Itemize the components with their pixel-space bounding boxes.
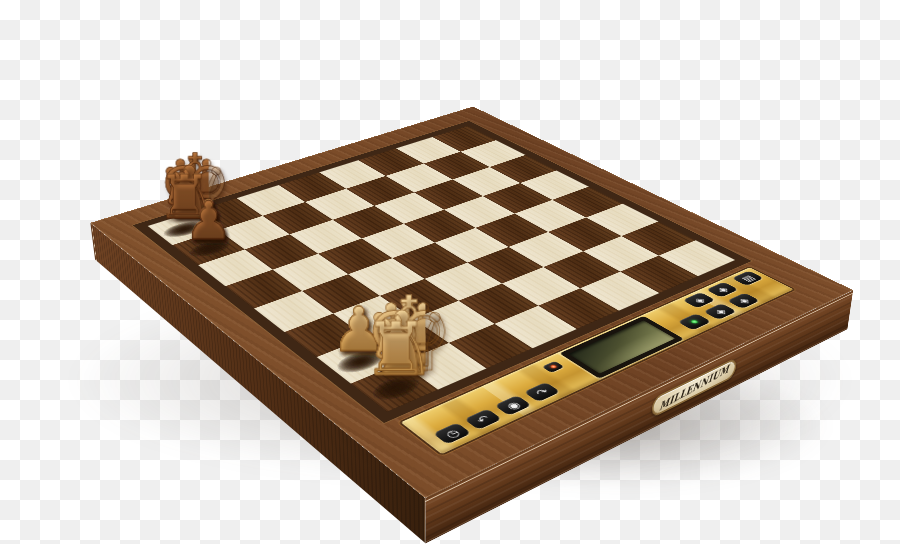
chess-computer: MILLENNIUM ♜♞♝♛♚♝♞♜♟♟♟♟♟♟♟♟♟♟♟♟♟♟♟♟♜♞♝♛♚… bbox=[90, 106, 853, 498]
hint-button-icon: ◉ bbox=[503, 400, 522, 411]
nav-right-button-icon: ◈ bbox=[735, 296, 752, 304]
lcd-screen bbox=[569, 320, 676, 373]
reset-button[interactable] bbox=[542, 361, 564, 373]
green-led-button[interactable] bbox=[677, 313, 711, 330]
piece-white-rook[interactable]: ♜ bbox=[351, 363, 438, 412]
playing-field: ♜♞♝♛♚♝♞♜♟♟♟♟♟♟♟♟♟♟♟♟♟♟♟♟♜♞♝♛♚♝♞♜ bbox=[133, 121, 752, 423]
menu-button[interactable]: ▤ bbox=[732, 271, 764, 286]
nav-right-button[interactable]: ◈ bbox=[727, 293, 760, 309]
clock-button-icon: ◷ bbox=[442, 427, 462, 439]
green-led-button-led bbox=[690, 319, 699, 324]
board-top-surface: ♜♞♝♛♚♝♞♜♟♟♟♟♟♟♟♟♟♟♟♟♟♟♟♟♜♞♝♛♚♝♞♜ ◷↶◉↷◈◈◈… bbox=[90, 106, 853, 498]
scene: MILLENNIUM ♜♞♝♛♚♝♞♜♟♟♟♟♟♟♟♟♟♟♟♟♟♟♟♟♜♞♝♛♚… bbox=[0, 0, 900, 544]
nav-down-button[interactable]: ◈ bbox=[703, 303, 736, 320]
takeback-button[interactable]: ↶ bbox=[464, 409, 502, 430]
clock-button[interactable]: ◷ bbox=[433, 422, 471, 444]
piece-black-pawn[interactable]: ♟ bbox=[172, 230, 245, 265]
nav-up-button-icon: ◈ bbox=[714, 286, 730, 294]
forward-button[interactable]: ↷ bbox=[524, 382, 561, 402]
piece-glyph: ♜ bbox=[363, 313, 425, 387]
nav-left-button-icon: ◈ bbox=[691, 296, 708, 304]
reset-button-led bbox=[549, 365, 557, 369]
piece-glyph: ♟ bbox=[182, 195, 235, 248]
product-photo: MILLENNIUM ♜♞♝♛♚♝♞♜♟♟♟♟♟♟♟♟♟♟♟♟♟♟♟♟♜♞♝♛♚… bbox=[0, 0, 900, 544]
nav-left-button[interactable]: ◈ bbox=[682, 292, 715, 308]
nav-down-button-icon: ◈ bbox=[712, 307, 729, 316]
hint-button[interactable]: ◉ bbox=[494, 395, 531, 416]
forward-button-icon: ↷ bbox=[533, 387, 552, 398]
takeback-button-icon: ↶ bbox=[473, 413, 492, 424]
nav-up-button[interactable]: ◈ bbox=[706, 282, 739, 298]
menu-button-icon: ▤ bbox=[739, 274, 757, 283]
